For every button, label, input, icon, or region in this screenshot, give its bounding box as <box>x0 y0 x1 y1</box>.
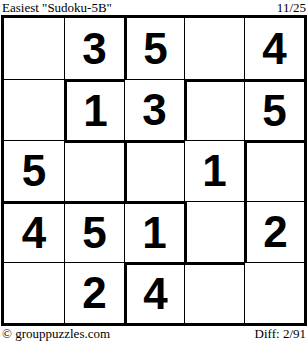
cell-r5c1[interactable] <box>4 262 64 323</box>
cell-r3c2[interactable] <box>64 140 124 201</box>
cell-r2c2[interactable]: 1 <box>64 79 124 140</box>
given-digit: 4 <box>262 27 286 71</box>
given-digit: 5 <box>22 149 46 193</box>
cell-r5c4[interactable] <box>184 262 244 323</box>
cell-r4c4[interactable] <box>184 201 244 262</box>
cell-r5c2[interactable]: 2 <box>64 262 124 323</box>
given-digit: 3 <box>142 88 166 132</box>
cell-r4c1[interactable]: 4 <box>4 201 64 262</box>
cell-r3c3[interactable] <box>124 140 184 201</box>
cell-r5c3[interactable]: 4 <box>124 262 184 323</box>
given-digit: 5 <box>262 89 286 133</box>
cell-r2c1[interactable] <box>4 79 64 140</box>
header: Easiest "Sudoku-5B" 11/25 <box>0 0 308 15</box>
given-digit: 1 <box>142 211 166 255</box>
given-digit: 5 <box>82 211 106 255</box>
cell-r2c5[interactable]: 5 <box>244 79 304 140</box>
cell-r1c5[interactable]: 4 <box>244 18 304 79</box>
given-digit: 3 <box>82 27 106 71</box>
cell-r1c4[interactable] <box>184 18 244 79</box>
given-digit: 4 <box>22 211 46 255</box>
difficulty-text: Diff: 2/91 <box>255 326 306 342</box>
sudoku-board: 35413551451224 <box>1 15 307 326</box>
given-digit: 2 <box>82 271 106 315</box>
cell-r2c3[interactable]: 3 <box>124 79 184 140</box>
cell-r5c5[interactable] <box>244 262 304 323</box>
cell-r4c2[interactable]: 5 <box>64 201 124 262</box>
cell-r2c4[interactable] <box>184 79 244 140</box>
given-digit: 5 <box>143 27 167 71</box>
cell-r1c3[interactable]: 5 <box>124 18 184 79</box>
puzzle-title: Easiest "Sudoku-5B" <box>2 0 112 15</box>
cell-r1c1[interactable] <box>4 18 64 79</box>
footer: © grouppuzzles.com Diff: 2/91 <box>0 325 308 343</box>
cell-r3c1[interactable]: 5 <box>4 140 64 201</box>
credit-text: © grouppuzzles.com <box>2 326 110 342</box>
given-digit: 1 <box>83 89 107 133</box>
cell-r3c4[interactable]: 1 <box>184 140 244 201</box>
puzzle-counter: 11/25 <box>277 0 306 15</box>
cell-r4c5[interactable]: 2 <box>244 201 304 262</box>
cell-r3c5[interactable] <box>244 140 304 201</box>
cell-r1c2[interactable]: 3 <box>64 18 124 79</box>
given-digit: 2 <box>263 210 287 254</box>
cell-r4c3[interactable]: 1 <box>124 201 184 262</box>
given-digit: 1 <box>202 149 226 193</box>
given-digit: 4 <box>143 272 167 316</box>
